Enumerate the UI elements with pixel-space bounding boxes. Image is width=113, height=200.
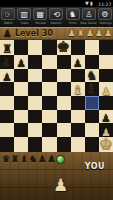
chess-board[interactable]: ♜♚♟♟♟♟♞♝♝♟♟♟♚ — [0, 40, 113, 152]
square-d5[interactable] — [42, 82, 56, 96]
square-c5[interactable] — [28, 82, 42, 96]
square-e5[interactable] — [57, 82, 71, 96]
square-d7[interactable] — [42, 55, 56, 69]
black-king-piece[interactable]: ♚ — [57, 40, 70, 55]
square-b2[interactable] — [14, 123, 28, 137]
square-d3[interactable] — [42, 110, 56, 124]
square-f1[interactable] — [71, 137, 85, 152]
white-king-piece[interactable]: ♚ — [99, 137, 112, 152]
square-a3[interactable] — [0, 110, 14, 124]
square-f8[interactable] — [71, 40, 85, 55]
hand-pointer-icon: ☞ — [1, 8, 15, 20]
captured-white-tray: ♟♜♟♟♟ — [68, 28, 112, 39]
square-g2[interactable] — [85, 123, 99, 137]
square-b8[interactable] — [14, 40, 28, 55]
toolbar-button-rework[interactable]: ⟲Rework — [48, 7, 64, 27]
status-time: 11:27 — [98, 1, 111, 6]
toolbar-label: Rework — [51, 21, 62, 24]
hints-knight-icon: ♞ — [66, 8, 80, 20]
square-e8[interactable]: ♚ — [57, 40, 71, 55]
captured-black-pawn: ♟ — [38, 154, 46, 165]
toolbar: ☞Menu▥Stats▦Review⟲Rework♞Hints♙New Game… — [0, 7, 113, 27]
captured-white-rook: ♜ — [77, 28, 85, 39]
battery-icon: ▮ — [90, 1, 93, 6]
captured-black-knight: ♞ — [29, 154, 37, 165]
square-c1[interactable] — [28, 137, 42, 152]
square-h4[interactable] — [99, 96, 113, 110]
toolbar-button-settings[interactable]: ⚙Settings — [97, 7, 113, 27]
square-d6[interactable] — [42, 69, 56, 83]
square-g5[interactable]: ♝ — [85, 82, 99, 96]
square-a7[interactable]: ♟ — [0, 55, 14, 69]
captured-white-pawn: ♟ — [95, 28, 103, 39]
square-c4[interactable] — [28, 96, 42, 110]
captured-white-pawn: ♟ — [86, 28, 94, 39]
square-a4[interactable] — [0, 96, 14, 110]
square-d4[interactable] — [42, 96, 56, 110]
captured-white-pawn: ♟ — [104, 28, 112, 39]
bottom-panel: ♛♜♝♞♟♟♟ YOU ♟ — [0, 152, 113, 200]
square-h8[interactable] — [99, 40, 113, 55]
toolbar-button-new-game[interactable]: ♙New Game — [81, 7, 97, 27]
square-d8[interactable] — [42, 40, 56, 55]
new-game-piece-icon: ♙ — [82, 8, 96, 20]
captured-black-rook: ♜ — [11, 154, 19, 165]
toolbar-label: Stats — [20, 21, 28, 24]
square-c6[interactable] — [28, 69, 42, 83]
square-b4[interactable] — [14, 96, 28, 110]
square-a8[interactable]: ♜ — [0, 40, 14, 55]
square-e4[interactable] — [57, 96, 71, 110]
square-b1[interactable] — [14, 137, 28, 152]
square-g3[interactable] — [85, 110, 99, 124]
square-c2[interactable] — [28, 123, 42, 137]
square-b6[interactable] — [14, 69, 28, 83]
toolbar-label: New Game — [81, 21, 97, 24]
square-f2[interactable] — [71, 123, 85, 137]
black-knight-piece[interactable]: ♞ — [86, 69, 97, 82]
square-e3[interactable] — [57, 110, 71, 124]
square-g1[interactable] — [85, 137, 99, 152]
black-pawn-piece[interactable]: ♟ — [2, 71, 11, 82]
status-bar: ▼ ▮ 11:27 — [0, 0, 113, 7]
square-e7[interactable] — [57, 55, 71, 69]
black-pawn-piece[interactable]: ♟ — [101, 112, 110, 123]
square-h6[interactable] — [99, 69, 113, 83]
toolbar-button-hints[interactable]: ♞Hints — [65, 7, 81, 27]
stats-icon: ▥ — [17, 8, 31, 20]
square-e1[interactable] — [57, 137, 71, 152]
square-a1[interactable] — [0, 137, 14, 152]
toolbar-label: Review — [35, 21, 46, 24]
square-f4[interactable] — [71, 96, 85, 110]
square-b5[interactable] — [14, 82, 28, 96]
square-a6[interactable]: ♟ — [0, 69, 14, 83]
toolbar-label: Menu — [4, 21, 12, 24]
square-c7[interactable] — [28, 55, 42, 69]
black-pawn-icon: ♟ — [3, 28, 12, 39]
black-pawn-piece[interactable]: ♟ — [16, 58, 25, 69]
player-label: YOU — [85, 162, 105, 171]
square-c8[interactable] — [28, 40, 42, 55]
black-pawn-piece[interactable]: ♟ — [2, 58, 11, 69]
toolbar-label: Settings — [99, 21, 111, 24]
square-e2[interactable] — [57, 123, 71, 137]
captured-black-bishop: ♝ — [20, 154, 28, 165]
square-a5[interactable] — [0, 82, 14, 96]
square-f3[interactable] — [71, 110, 85, 124]
black-pawn-piece[interactable]: ♟ — [73, 58, 82, 69]
square-f7[interactable]: ♟ — [71, 55, 85, 69]
captured-black-queen: ♛ — [2, 154, 10, 165]
captured-black-pawn: ♟ — [47, 154, 55, 165]
toolbar-button-review[interactable]: ▦Review — [32, 7, 48, 27]
square-a2[interactable] — [0, 123, 14, 137]
square-c3[interactable] — [28, 110, 42, 124]
square-g4[interactable] — [85, 96, 99, 110]
square-f5[interactable]: ♝ — [71, 82, 85, 96]
review-board-icon: ▦ — [33, 8, 47, 20]
square-b7[interactable]: ♟ — [14, 55, 28, 69]
white-pawn-piece[interactable]: ♟ — [101, 85, 110, 96]
square-h3[interactable]: ♟ — [99, 110, 113, 124]
square-h7[interactable] — [99, 55, 113, 69]
black-bishop-piece[interactable]: ♝ — [86, 83, 97, 96]
black-rook-piece[interactable]: ♜ — [2, 43, 12, 55]
settings-gear-icon: ⚙ — [98, 8, 112, 20]
square-g8[interactable] — [85, 40, 99, 55]
toolbar-label: Hints — [69, 21, 77, 24]
green-turn-indicator-icon — [56, 155, 65, 164]
toolbar-button-stats[interactable]: ▥Stats — [16, 7, 32, 27]
square-h5[interactable]: ♟ — [99, 82, 113, 96]
square-d2[interactable] — [42, 123, 56, 137]
square-h1[interactable]: ♚ — [99, 137, 113, 152]
white-pawn-hand-icon: ♟ — [53, 176, 68, 194]
square-d1[interactable] — [42, 137, 56, 152]
square-b3[interactable] — [14, 110, 28, 124]
level-label: Level 30 — [15, 29, 53, 38]
white-bishop-piece[interactable]: ♝ — [72, 83, 83, 96]
signal-icon: ▼ — [85, 1, 89, 6]
rework-arrow-icon: ⟲ — [49, 8, 63, 20]
square-e6[interactable] — [57, 69, 71, 83]
toolbar-button-menu[interactable]: ☞Menu — [0, 7, 16, 27]
